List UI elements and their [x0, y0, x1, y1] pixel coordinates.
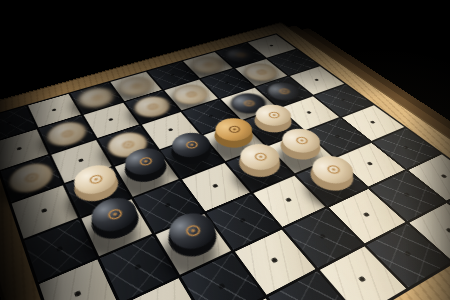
concentric-rings-medallion-icon: [88, 92, 105, 102]
square-center-dot: [367, 161, 374, 165]
concentric-rings-medallion-icon: [182, 89, 199, 99]
square-center-dot: [78, 158, 84, 162]
concentric-rings-medallion-icon: [118, 138, 137, 151]
square-center-dot: [168, 128, 174, 132]
concentric-rings-medallion-icon: [200, 60, 216, 68]
concentric-rings-medallion-icon: [321, 162, 344, 177]
square-center-dot: [41, 208, 48, 213]
square-center-dot: [239, 218, 246, 224]
concentric-rings-medallion-icon: [239, 98, 257, 109]
concentric-rings-medallion-icon: [143, 101, 161, 112]
square-center-dot: [56, 246, 63, 252]
square-center-dot: [370, 120, 376, 124]
checker-piece-black[interactable]: [165, 139, 218, 175]
square-center-dot: [218, 283, 226, 290]
square-center-dot: [269, 44, 274, 46]
square-center-dot: [340, 98, 346, 101]
square-center-dot: [134, 264, 142, 271]
square-center-dot: [212, 184, 219, 189]
concentric-rings-medallion-icon: [224, 123, 244, 136]
square-center-dot: [314, 78, 319, 81]
square-center-dot: [445, 228, 450, 234]
square-center-dot: [404, 250, 412, 256]
concentric-rings-medallion-icon: [180, 221, 205, 241]
square-center-dot: [363, 212, 371, 217]
square-center-dot: [16, 147, 22, 151]
concentric-rings-medallion-icon: [290, 134, 311, 147]
square-center-dot: [164, 203, 171, 208]
square-center-dot: [306, 111, 312, 114]
checker-piece-cream[interactable]: [301, 162, 361, 202]
photo-scene: [0, 0, 450, 300]
square-center-dot: [271, 257, 279, 263]
concentric-rings-medallion-icon: [181, 138, 202, 151]
concentric-rings-medallion-icon: [263, 109, 283, 121]
square-center-dot: [74, 290, 82, 297]
square-center-dot: [285, 197, 292, 202]
square-center-dot: [335, 135, 341, 139]
square-center-dot: [403, 192, 410, 197]
square-center-dot: [170, 73, 175, 76]
concentric-rings-medallion-icon: [58, 128, 76, 140]
concentric-rings-medallion-icon: [135, 154, 156, 169]
square-center-dot: [224, 81, 229, 84]
concentric-rings-medallion-icon: [233, 51, 249, 59]
concentric-rings-medallion-icon: [275, 86, 293, 96]
square-center-dot: [51, 108, 56, 111]
square-center-dot: [358, 276, 367, 283]
concentric-rings-medallion-icon: [127, 81, 144, 91]
square-center-dot: [108, 118, 114, 122]
board-frame: [0, 22, 450, 300]
concentric-rings-medallion-icon: [249, 150, 271, 164]
square-center-dot: [319, 233, 327, 239]
square-center-dot: [6, 121, 11, 125]
board-scene: [0, 0, 450, 300]
concentric-rings-medallion-icon: [85, 171, 107, 187]
square-center-dot: [290, 61, 295, 64]
square-center-dot: [440, 174, 447, 179]
concentric-rings-medallion-icon: [253, 68, 270, 77]
concentric-rings-medallion-icon: [103, 205, 126, 223]
square-center-dot: [208, 114, 214, 117]
board-grid: [0, 34, 450, 300]
square-center-dot: [403, 146, 410, 150]
board-square[interactable]: [1, 155, 62, 201]
